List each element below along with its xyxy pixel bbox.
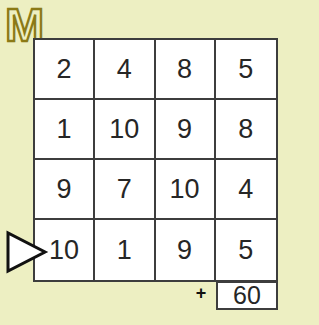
row-arrow-icon[interactable] — [5, 229, 49, 275]
grid-cell-r1c4[interactable]: 5 — [216, 40, 276, 100]
grid-cell-r4c2[interactable]: 1 — [95, 220, 155, 280]
grid-cell-r2c1[interactable]: 1 — [35, 100, 95, 160]
grid-cell-r2c3[interactable]: 9 — [156, 100, 216, 160]
grid-cell-r3c3[interactable]: 10 — [156, 160, 216, 220]
grid-cell-r1c2[interactable]: 4 — [95, 40, 155, 100]
grid-cell-r3c4[interactable]: 4 — [216, 160, 276, 220]
grid-cell-r4c4[interactable]: 5 — [216, 220, 276, 280]
grid-cell-r3c2[interactable]: 7 — [95, 160, 155, 220]
game-screen: M 2 4 8 5 1 10 9 8 9 7 10 4 10 1 9 5 + 6… — [0, 0, 319, 325]
triangle-shape — [8, 233, 45, 271]
plus-sign: + — [191, 283, 211, 303]
grid-cell-r1c3[interactable]: 8 — [156, 40, 216, 100]
grid-cell-r4c3[interactable]: 9 — [156, 220, 216, 280]
number-grid: 2 4 8 5 1 10 9 8 9 7 10 4 10 1 9 5 — [33, 38, 278, 282]
grid-cell-r1c1[interactable]: 2 — [35, 40, 95, 100]
grid-cell-r3c1[interactable]: 9 — [35, 160, 95, 220]
target-sum-box: 60 — [216, 281, 278, 310]
grid-cell-r2c4[interactable]: 8 — [216, 100, 276, 160]
grid-cell-r2c2[interactable]: 10 — [95, 100, 155, 160]
